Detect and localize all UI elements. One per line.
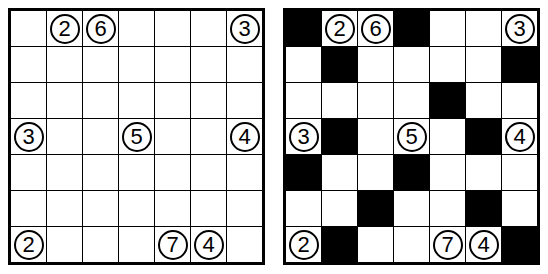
clue-circle: 3	[230, 14, 260, 44]
puzzle-cell-r4c2[interactable]	[47, 119, 82, 154]
puzzle-cell-r5c6[interactable]	[191, 155, 226, 190]
solution-cell-r1c5	[430, 11, 465, 46]
puzzle-cell-r1c2[interactable]: 2	[47, 11, 82, 46]
clue-circle: 3	[505, 14, 535, 44]
solution-cell-r1c7: 3	[502, 11, 537, 46]
solution-cell-r2c7	[502, 47, 537, 82]
clue-circle: 7	[158, 230, 188, 260]
puzzle-cell-r6c3[interactable]	[83, 191, 118, 226]
puzzle-cell-r2c2[interactable]	[47, 47, 82, 82]
puzzle-cell-r3c7[interactable]	[227, 83, 262, 118]
puzzle-cell-r6c1[interactable]	[11, 191, 46, 226]
solution-cell-r5c3	[358, 155, 393, 190]
clue-circle: 2	[325, 14, 355, 44]
clue-circle: 5	[122, 122, 152, 152]
puzzle-cell-r7c3[interactable]	[83, 227, 118, 262]
solution-cell-r7c2	[322, 227, 357, 262]
solution-cell-r3c5	[430, 83, 465, 118]
puzzle-cell-r5c2[interactable]	[47, 155, 82, 190]
puzzle-cell-r3c6[interactable]	[191, 83, 226, 118]
solution-cell-r4c4: 5	[394, 119, 429, 154]
puzzle-cell-r7c6[interactable]: 4	[191, 227, 226, 262]
solution-cell-r7c6: 4	[466, 227, 501, 262]
clue-circle: 3	[289, 122, 319, 152]
puzzle-cell-r7c4[interactable]	[119, 227, 154, 262]
puzzle-cell-r6c6[interactable]	[191, 191, 226, 226]
puzzle-cell-r7c7[interactable]	[227, 227, 262, 262]
clue-circle: 5	[397, 122, 427, 152]
clue-circle: 6	[86, 14, 116, 44]
solution-cell-r4c7: 4	[502, 119, 537, 154]
clue-circle: 4	[469, 230, 499, 260]
puzzle-cell-r4c1[interactable]: 3	[11, 119, 46, 154]
puzzle-cell-r1c7[interactable]: 3	[227, 11, 262, 46]
solution-cell-r4c3	[358, 119, 393, 154]
solution-cell-r4c1: 3	[286, 119, 321, 154]
solution-cell-r2c6	[466, 47, 501, 82]
solution-cell-r7c5: 7	[430, 227, 465, 262]
clue-circle: 4	[194, 230, 224, 260]
solution-cell-r5c2	[322, 155, 357, 190]
solution-cell-r1c1	[286, 11, 321, 46]
puzzle-cell-r2c7[interactable]	[227, 47, 262, 82]
puzzle-cell-r5c1[interactable]	[11, 155, 46, 190]
solution-cell-r3c7	[502, 83, 537, 118]
puzzle-cell-r3c3[interactable]	[83, 83, 118, 118]
puzzle-cell-r5c4[interactable]	[119, 155, 154, 190]
solution-cell-r2c1	[286, 47, 321, 82]
solution-cell-r1c2: 2	[322, 11, 357, 46]
puzzle-cell-r1c3[interactable]: 6	[83, 11, 118, 46]
puzzle-cell-r4c4[interactable]: 5	[119, 119, 154, 154]
solution-cell-r7c4	[394, 227, 429, 262]
puzzle-grid: 263354274	[8, 8, 265, 265]
puzzle-cell-r5c5[interactable]	[155, 155, 190, 190]
solution-cell-r5c4	[394, 155, 429, 190]
puzzle-cell-r1c5[interactable]	[155, 11, 190, 46]
solution-cell-r3c6	[466, 83, 501, 118]
solution-cell-r6c6	[466, 191, 501, 226]
solution-cell-r6c3	[358, 191, 393, 226]
solution-cell-r3c4	[394, 83, 429, 118]
solution-cell-r7c1: 2	[286, 227, 321, 262]
solution-cell-r4c5	[430, 119, 465, 154]
puzzle-cell-r2c5[interactable]	[155, 47, 190, 82]
solution-cell-r2c5	[430, 47, 465, 82]
puzzle-cell-r6c5[interactable]	[155, 191, 190, 226]
solution-cell-r1c3: 6	[358, 11, 393, 46]
solution-cell-r7c7	[502, 227, 537, 262]
solution-cell-r5c1	[286, 155, 321, 190]
solution-cell-r1c4	[394, 11, 429, 46]
solution-cell-r4c6	[466, 119, 501, 154]
puzzle-cell-r1c1[interactable]	[11, 11, 46, 46]
solution-cell-r2c3	[358, 47, 393, 82]
puzzle-cell-r3c2[interactable]	[47, 83, 82, 118]
clue-circle: 2	[289, 230, 319, 260]
puzzle-cell-r7c1[interactable]: 2	[11, 227, 46, 262]
puzzle-cell-r5c3[interactable]	[83, 155, 118, 190]
puzzle-cell-r3c5[interactable]	[155, 83, 190, 118]
solution-cell-r5c6	[466, 155, 501, 190]
puzzle-cell-r3c1[interactable]	[11, 83, 46, 118]
puzzle-cell-r1c6[interactable]	[191, 11, 226, 46]
solution-grid: 263354274	[283, 8, 540, 265]
puzzle-cell-r5c7[interactable]	[227, 155, 262, 190]
puzzle-cell-r7c5[interactable]: 7	[155, 227, 190, 262]
puzzle-cell-r4c6[interactable]	[191, 119, 226, 154]
puzzle-cell-r3c4[interactable]	[119, 83, 154, 118]
puzzle-cell-r2c3[interactable]	[83, 47, 118, 82]
clue-circle: 3	[14, 122, 44, 152]
solution-cell-r3c3	[358, 83, 393, 118]
puzzle-cell-r2c1[interactable]	[11, 47, 46, 82]
solution-cell-r1c6	[466, 11, 501, 46]
solution-cell-r2c4	[394, 47, 429, 82]
clue-circle: 6	[361, 14, 391, 44]
puzzle-cell-r2c4[interactable]	[119, 47, 154, 82]
puzzle-cell-r7c2[interactable]	[47, 227, 82, 262]
puzzle-cell-r6c7[interactable]	[227, 191, 262, 226]
solution-cell-r6c7	[502, 191, 537, 226]
solution-cell-r3c2	[322, 83, 357, 118]
puzzle-cell-r2c6[interactable]	[191, 47, 226, 82]
clue-circle: 7	[433, 230, 463, 260]
puzzle-cell-r4c7[interactable]: 4	[227, 119, 262, 154]
solution-cell-r6c1	[286, 191, 321, 226]
solution-cell-r7c3	[358, 227, 393, 262]
solution-cell-r5c5	[430, 155, 465, 190]
clue-circle: 4	[505, 122, 535, 152]
clue-circle: 2	[14, 230, 44, 260]
solution-cell-r6c4	[394, 191, 429, 226]
solution-cell-r6c2	[322, 191, 357, 226]
solution-cell-r3c1	[286, 83, 321, 118]
puzzle-cell-r4c3[interactable]	[83, 119, 118, 154]
puzzle-cell-r1c4[interactable]	[119, 11, 154, 46]
solution-cell-r4c2	[322, 119, 357, 154]
solution-cell-r6c5	[430, 191, 465, 226]
puzzle-cell-r4c5[interactable]	[155, 119, 190, 154]
clue-circle: 4	[230, 122, 260, 152]
puzzle-cell-r6c2[interactable]	[47, 191, 82, 226]
puzzle-cell-r6c4[interactable]	[119, 191, 154, 226]
solution-cell-r2c2	[322, 47, 357, 82]
solution-cell-r5c7	[502, 155, 537, 190]
clue-circle: 2	[50, 14, 80, 44]
